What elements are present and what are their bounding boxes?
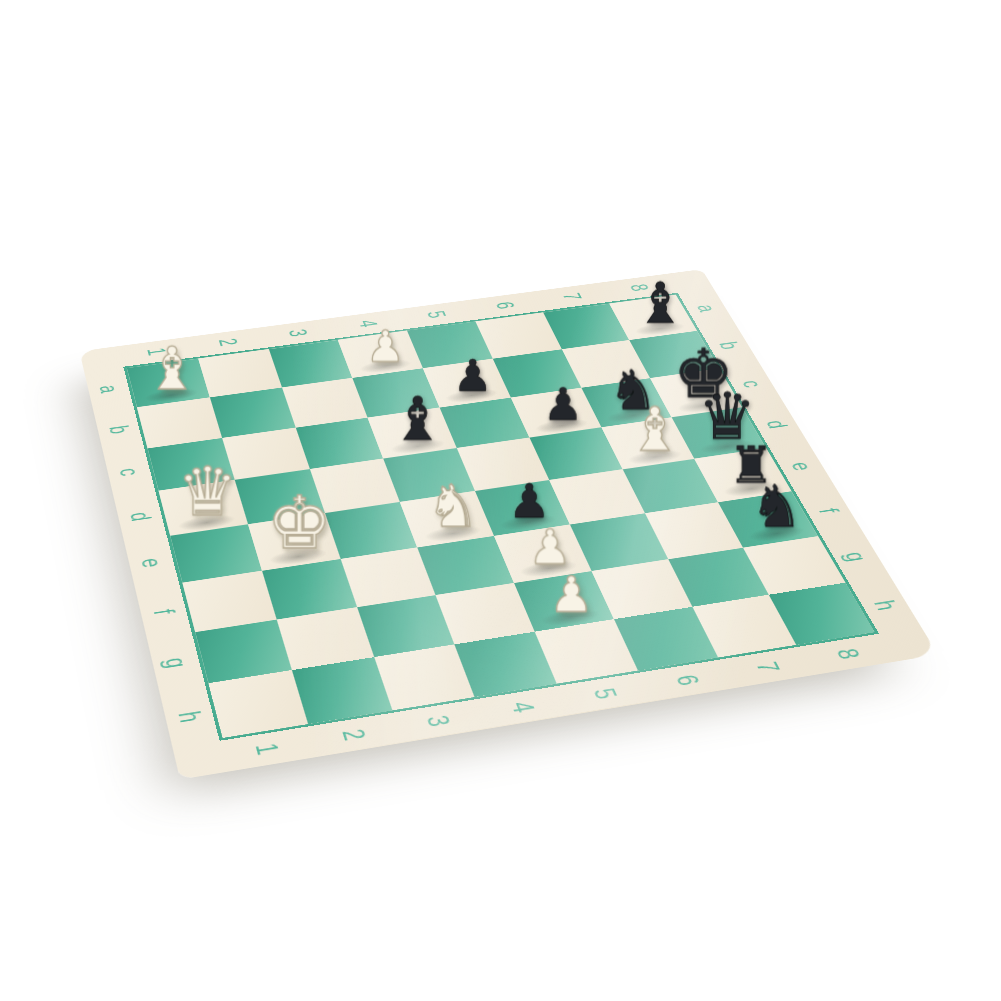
piece-white-pawn-a4: ♟ — [366, 326, 405, 367]
square-b1 — [137, 397, 222, 448]
piece-white-bishop-a1: ♝ — [146, 341, 199, 397]
square-g6 — [591, 559, 692, 619]
chess-board: ♝♟♝♟♝♟♞♚♛♝♛♚♞♟♜♟♞♟ — [123, 293, 879, 741]
board-scene: 12345678 12345678 abcdefgh abcdefgh ♝♟♝♟… — [79, 269, 938, 779]
square-d6 — [529, 428, 622, 481]
piece-white-king-e2: ♚ — [266, 489, 331, 558]
square-e6 — [549, 469, 644, 524]
square-g1 — [195, 619, 291, 683]
square-h1 — [209, 670, 308, 737]
product-photo: 12345678 12345678 abcdefgh abcdefgh ♝♟♝♟… — [0, 0, 1001, 1001]
piece-black-pawn-b5: ♟ — [453, 355, 492, 397]
piece-black-bishop-c4: ♝ — [391, 390, 445, 447]
piece-black-bishop-a8: ♝ — [635, 276, 686, 330]
square-h3 — [374, 645, 475, 711]
piece-white-queen-d1: ♛ — [177, 460, 237, 524]
piece-white-pawn-g5: ♟ — [549, 572, 593, 619]
piece-white-bishop-d7: ♝ — [628, 401, 682, 459]
piece-white-pawn-f5: ♟ — [528, 524, 571, 570]
square-e2: ♚ — [248, 513, 340, 571]
piece-black-pawn-c6: ♟ — [542, 384, 582, 426]
piece-black-pawn-e5: ♟ — [508, 479, 550, 524]
chess-mat: 12345678 12345678 abcdefgh abcdefgh ♝♟♝♟… — [79, 269, 938, 779]
piece-black-knight-f8: ♞ — [751, 479, 803, 535]
square-e1 — [170, 524, 261, 582]
piece-white-knight-e4: ♞ — [427, 479, 479, 535]
